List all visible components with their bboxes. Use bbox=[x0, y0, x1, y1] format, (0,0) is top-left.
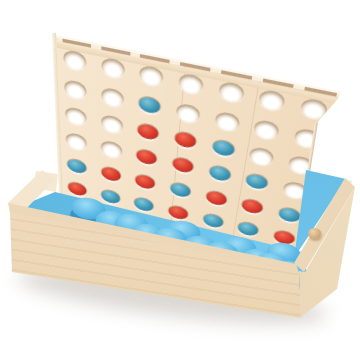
tray-knob bbox=[308, 228, 321, 239]
connect-four-product-photo bbox=[0, 0, 360, 360]
